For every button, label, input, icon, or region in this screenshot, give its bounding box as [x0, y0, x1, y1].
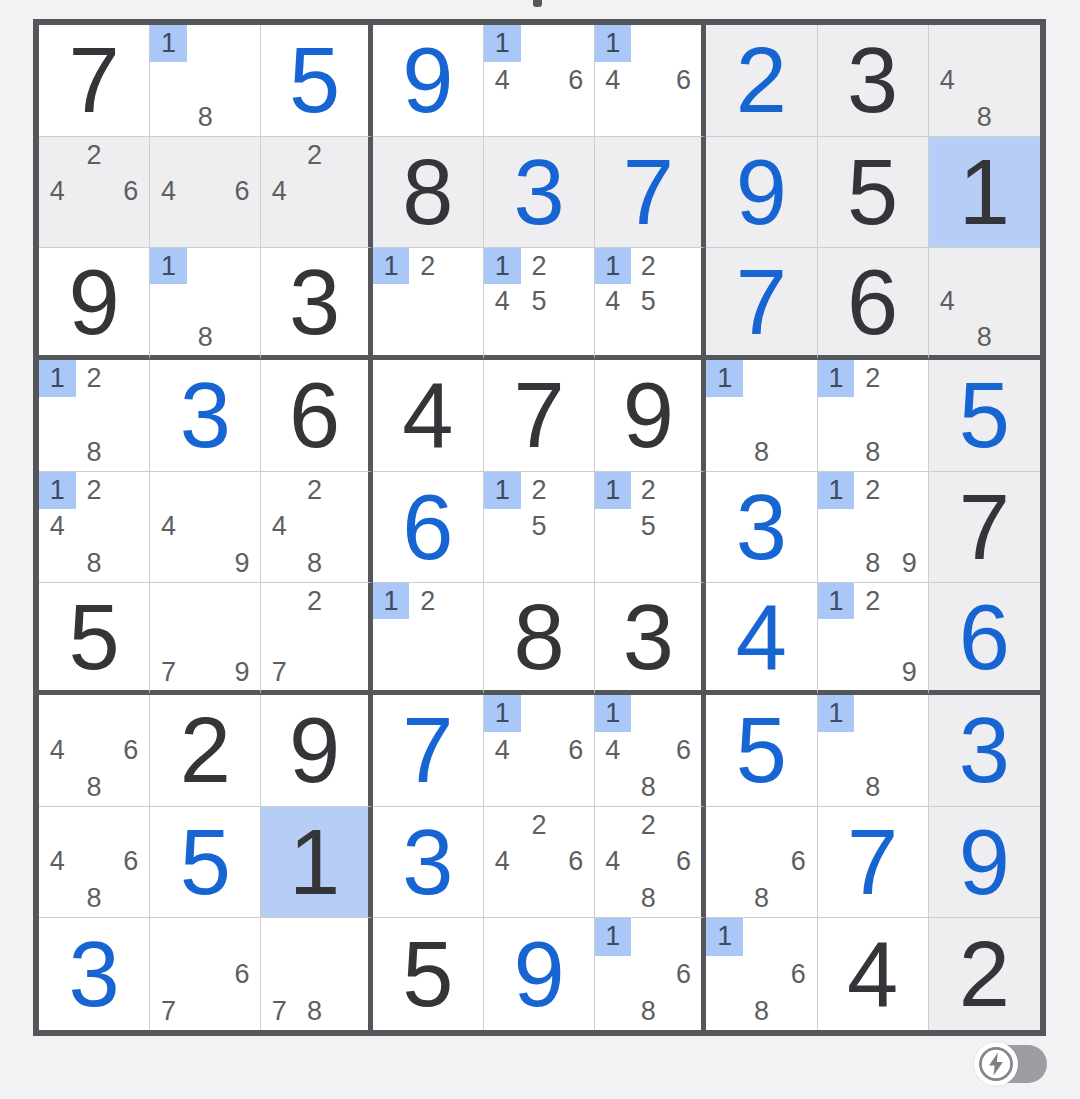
- candidate-4: 4: [484, 844, 521, 881]
- cell-r3c4[interactable]: 12: [373, 248, 484, 360]
- candidate-empty: [595, 807, 630, 844]
- candidate-empty: [854, 509, 891, 546]
- cell-r8c2[interactable]: 5: [150, 807, 261, 919]
- candidate-4: 4: [150, 509, 187, 546]
- lightning-toggle[interactable]: [976, 1045, 1047, 1083]
- candidate-empty: [631, 545, 666, 582]
- candidate-empty: [595, 319, 630, 355]
- candidate-empty: [409, 654, 446, 690]
- candidate-empty: [112, 472, 149, 509]
- cell-r6c7[interactable]: 4: [706, 583, 817, 695]
- cell-r7c4[interactable]: 7: [373, 695, 484, 807]
- candidate-empty: [112, 807, 149, 844]
- candidate-1: 1: [595, 918, 630, 955]
- cell-r1c5[interactable]: 146: [484, 25, 595, 137]
- cell-r4c8[interactable]: 128: [818, 360, 929, 472]
- candidate-empty: [891, 472, 928, 509]
- cell-r6c2[interactable]: 79: [150, 583, 261, 695]
- candidate-empty: [332, 174, 367, 211]
- cell-r4c9[interactable]: 5: [929, 360, 1040, 472]
- candidate-empty: [297, 654, 332, 690]
- candidate-empty: [557, 880, 594, 917]
- candidate-4: 4: [929, 284, 966, 320]
- cell-r7c1[interactable]: 468: [39, 695, 150, 807]
- candidate-empty: [780, 993, 817, 1030]
- cell-r5c2[interactable]: 49: [150, 472, 261, 584]
- candidate-empty: [966, 284, 1003, 320]
- user-digit: 3: [150, 360, 260, 471]
- candidate-empty: [39, 769, 76, 806]
- candidate-empty: [666, 472, 701, 509]
- candidate-2: 2: [631, 472, 666, 509]
- candidate-empty: [224, 137, 261, 174]
- cell-r2c7[interactable]: 9: [706, 137, 817, 249]
- cell-r1c6[interactable]: 146: [595, 25, 706, 137]
- sudoku-board: 7185914614623482464624837951918312124512…: [33, 19, 1046, 1036]
- candidate-empty: [150, 284, 187, 320]
- candidate-empty: [966, 25, 1003, 62]
- candidate-8: 8: [76, 545, 113, 582]
- cell-r9c7[interactable]: 168: [706, 918, 817, 1030]
- candidate-empty: [39, 210, 76, 247]
- candidate-empty: [557, 472, 594, 509]
- cell-r3c5[interactable]: 1245: [484, 248, 595, 360]
- candidate-empty: [521, 545, 558, 582]
- candidate-empty: [818, 619, 855, 655]
- candidate-empty: [446, 319, 483, 355]
- pencil-marks: 1245: [595, 248, 701, 355]
- candidate-empty: [76, 397, 113, 434]
- candidate-empty: [706, 880, 743, 917]
- candidate-empty: [521, 769, 558, 806]
- candidate-1: 1: [818, 695, 855, 732]
- candidate-8: 8: [631, 880, 666, 917]
- cell-r8c9[interactable]: 9: [929, 807, 1040, 919]
- pencil-marks: 128: [818, 360, 928, 471]
- candidate-empty: [484, 880, 521, 917]
- cell-r3c7[interactable]: 7: [706, 248, 817, 360]
- pencil-marks: 18: [150, 25, 260, 136]
- candidate-empty: [666, 248, 701, 284]
- candidate-empty: [631, 844, 666, 881]
- candidate-1: 1: [706, 360, 743, 397]
- candidate-empty: [743, 918, 780, 955]
- candidate-empty: [76, 210, 113, 247]
- candidate-empty: [666, 25, 701, 62]
- cell-r4c2[interactable]: 3: [150, 360, 261, 472]
- candidate-1: 1: [39, 360, 76, 397]
- candidate-2: 2: [76, 472, 113, 509]
- cell-r1c7[interactable]: 2: [706, 25, 817, 137]
- candidate-empty: [666, 284, 701, 320]
- candidate-empty: [261, 619, 296, 655]
- candidate-empty: [929, 319, 966, 355]
- pencil-marks: 468: [39, 695, 149, 806]
- cell-r7c9[interactable]: 3: [929, 695, 1040, 807]
- candidate-1: 1: [595, 472, 630, 509]
- candidate-1: 1: [373, 583, 410, 619]
- candidate-empty: [521, 25, 558, 62]
- candidate-empty: [224, 99, 261, 136]
- candidate-empty: [854, 695, 891, 732]
- cell-r5c9[interactable]: 7: [929, 472, 1040, 584]
- user-digit: 3: [929, 695, 1040, 806]
- cell-r4c6[interactable]: 9: [595, 360, 706, 472]
- candidate-empty: [76, 732, 113, 769]
- cell-r6c5[interactable]: 8: [484, 583, 595, 695]
- cell-r2c1[interactable]: 246: [39, 137, 150, 249]
- cell-r9c6[interactable]: 168: [595, 918, 706, 1030]
- given-digit: 5: [39, 583, 149, 690]
- cell-r7c5[interactable]: 146: [484, 695, 595, 807]
- candidate-empty: [557, 545, 594, 582]
- candidate-6: 6: [112, 844, 149, 881]
- candidate-empty: [261, 583, 296, 619]
- pencil-marks: 18: [706, 360, 816, 471]
- candidate-empty: [484, 769, 521, 806]
- pencil-marks: 125: [484, 472, 594, 583]
- given-digit: 3: [261, 248, 367, 355]
- cell-r1c4[interactable]: 9: [373, 25, 484, 137]
- candidate-empty: [409, 619, 446, 655]
- candidate-empty: [891, 619, 928, 655]
- candidate-empty: [666, 99, 701, 136]
- candidate-empty: [39, 807, 76, 844]
- candidate-8: 8: [631, 993, 666, 1030]
- candidate-empty: [187, 472, 224, 509]
- cell-r6c9[interactable]: 6: [929, 583, 1040, 695]
- user-digit: 5: [706, 695, 816, 806]
- candidate-empty: [76, 509, 113, 546]
- candidate-8: 8: [854, 545, 891, 582]
- candidate-8: 8: [76, 880, 113, 917]
- candidate-6: 6: [224, 174, 261, 211]
- cell-r4c5[interactable]: 7: [484, 360, 595, 472]
- candidate-empty: [521, 695, 558, 732]
- cell-r6c8[interactable]: 129: [818, 583, 929, 695]
- cell-r4c3[interactable]: 6: [261, 360, 372, 472]
- cell-r6c1[interactable]: 5: [39, 583, 150, 695]
- candidate-empty: [261, 918, 296, 955]
- cell-r1c9[interactable]: 48: [929, 25, 1040, 137]
- candidate-empty: [409, 319, 446, 355]
- cell-r3c2[interactable]: 18: [150, 248, 261, 360]
- cell-r5c6[interactable]: 125: [595, 472, 706, 584]
- cell-r2c6[interactable]: 7: [595, 137, 706, 249]
- candidate-empty: [595, 880, 630, 917]
- cell-r9c9[interactable]: 2: [929, 918, 1040, 1030]
- cell-r5c5[interactable]: 125: [484, 472, 595, 584]
- candidate-empty: [112, 434, 149, 471]
- candidate-2: 2: [854, 472, 891, 509]
- user-digit: 9: [929, 807, 1040, 918]
- candidate-empty: [187, 956, 224, 993]
- candidate-4: 4: [595, 844, 630, 881]
- cell-r1c8[interactable]: 3: [818, 25, 929, 137]
- candidate-9: 9: [891, 545, 928, 582]
- candidate-empty: [187, 210, 224, 247]
- candidate-empty: [187, 583, 224, 619]
- cell-r1c1[interactable]: 7: [39, 25, 150, 137]
- given-digit: 1: [261, 807, 367, 918]
- candidate-empty: [706, 993, 743, 1030]
- candidate-1: 1: [484, 695, 521, 732]
- cell-r2c8[interactable]: 5: [818, 137, 929, 249]
- cell-r8c6[interactable]: 2468: [595, 807, 706, 919]
- candidate-empty: [332, 583, 367, 619]
- candidate-7: 7: [261, 654, 296, 690]
- candidate-empty: [891, 434, 928, 471]
- candidate-empty: [224, 25, 261, 62]
- candidate-empty: [818, 509, 855, 546]
- candidate-empty: [224, 509, 261, 546]
- candidate-empty: [595, 993, 630, 1030]
- cell-r8c4[interactable]: 3: [373, 807, 484, 919]
- candidate-6: 6: [666, 956, 701, 993]
- cell-r5c4[interactable]: 6: [373, 472, 484, 584]
- candidate-empty: [261, 956, 296, 993]
- candidate-empty: [521, 732, 558, 769]
- candidate-empty: [595, 545, 630, 582]
- candidate-empty: [1003, 319, 1040, 355]
- cell-r9c2[interactable]: 67: [150, 918, 261, 1030]
- cell-r4c7[interactable]: 18: [706, 360, 817, 472]
- pencil-marks: 2468: [595, 807, 701, 918]
- cell-r8c7[interactable]: 68: [706, 807, 817, 919]
- candidate-empty: [557, 695, 594, 732]
- cell-r1c3[interactable]: 5: [261, 25, 372, 137]
- candidate-empty: [446, 654, 483, 690]
- candidate-empty: [224, 248, 261, 284]
- cell-r2c4[interactable]: 8: [373, 137, 484, 249]
- cell-r5c3[interactable]: 248: [261, 472, 372, 584]
- candidate-empty: [332, 472, 367, 509]
- candidate-empty: [780, 918, 817, 955]
- pencil-marks: 246: [39, 137, 149, 248]
- candidate-empty: [891, 509, 928, 546]
- candidate-empty: [557, 25, 594, 62]
- cell-r6c3[interactable]: 27: [261, 583, 372, 695]
- candidate-6: 6: [666, 62, 701, 99]
- candidate-empty: [743, 397, 780, 434]
- cell-r5c8[interactable]: 1289: [818, 472, 929, 584]
- given-digit: 5: [818, 137, 928, 248]
- candidate-empty: [373, 319, 410, 355]
- pencil-marks: 246: [484, 807, 594, 918]
- given-digit: 7: [39, 25, 149, 136]
- candidate-6: 6: [557, 844, 594, 881]
- pencil-marks: 79: [150, 583, 260, 690]
- candidate-6: 6: [112, 732, 149, 769]
- candidate-empty: [891, 360, 928, 397]
- candidate-empty: [297, 918, 332, 955]
- candidate-4: 4: [484, 284, 521, 320]
- cell-r8c1[interactable]: 468: [39, 807, 150, 919]
- given-digit: 2: [929, 918, 1040, 1030]
- candidate-empty: [521, 844, 558, 881]
- user-digit: 9: [373, 25, 483, 136]
- user-digit: 5: [929, 360, 1040, 471]
- candidate-empty: [332, 654, 367, 690]
- candidate-8: 8: [743, 880, 780, 917]
- candidate-2: 2: [521, 472, 558, 509]
- candidate-empty: [187, 918, 224, 955]
- candidate-empty: [39, 137, 76, 174]
- candidate-8: 8: [966, 99, 1003, 136]
- candidate-empty: [818, 397, 855, 434]
- cell-r3c3[interactable]: 3: [261, 248, 372, 360]
- candidate-4: 4: [595, 284, 630, 320]
- cell-r3c1[interactable]: 9: [39, 248, 150, 360]
- candidate-8: 8: [76, 434, 113, 471]
- candidate-empty: [112, 880, 149, 917]
- candidate-1: 1: [373, 248, 410, 284]
- candidate-7: 7: [150, 993, 187, 1030]
- candidate-1: 1: [818, 360, 855, 397]
- cell-r7c7[interactable]: 5: [706, 695, 817, 807]
- cell-r9c3[interactable]: 78: [261, 918, 372, 1030]
- user-digit: 3: [484, 137, 594, 248]
- pencil-marks: 48: [929, 248, 1040, 355]
- candidate-empty: [595, 509, 630, 546]
- user-digit: 7: [595, 137, 701, 248]
- candidate-8: 8: [854, 769, 891, 806]
- candidate-1: 1: [595, 248, 630, 284]
- candidate-empty: [595, 956, 630, 993]
- candidate-empty: [557, 284, 594, 320]
- pencil-marks: 24: [261, 137, 367, 248]
- candidate-empty: [112, 769, 149, 806]
- given-digit: 8: [484, 583, 594, 690]
- pencil-marks: 12: [373, 248, 483, 355]
- candidate-4: 4: [39, 174, 76, 211]
- candidate-empty: [743, 807, 780, 844]
- candidate-empty: [76, 807, 113, 844]
- candidate-empty: [891, 732, 928, 769]
- cell-r6c6[interactable]: 3: [595, 583, 706, 695]
- cell-r2c5[interactable]: 3: [484, 137, 595, 249]
- candidate-empty: [818, 545, 855, 582]
- candidate-empty: [297, 210, 332, 247]
- cell-r8c8[interactable]: 7: [818, 807, 929, 919]
- candidate-empty: [224, 284, 261, 320]
- candidate-1: 1: [484, 472, 521, 509]
- cell-r4c1[interactable]: 128: [39, 360, 150, 472]
- cell-r9c4[interactable]: 5: [373, 918, 484, 1030]
- candidate-empty: [76, 174, 113, 211]
- candidate-1: 1: [39, 472, 76, 509]
- candidate-empty: [187, 619, 224, 655]
- cell-r2c9[interactable]: 1: [929, 137, 1040, 249]
- candidate-empty: [446, 583, 483, 619]
- cell-r5c7[interactable]: 3: [706, 472, 817, 584]
- cell-r8c5[interactable]: 246: [484, 807, 595, 919]
- given-digit: 3: [595, 583, 701, 690]
- pencil-marks: 1468: [595, 695, 701, 806]
- cell-r3c8[interactable]: 6: [818, 248, 929, 360]
- candidate-empty: [112, 509, 149, 546]
- cell-r7c2[interactable]: 2: [150, 695, 261, 807]
- cell-r9c1[interactable]: 3: [39, 918, 150, 1030]
- candidate-9: 9: [224, 654, 261, 690]
- user-digit: 7: [818, 807, 928, 918]
- candidate-4: 4: [595, 732, 630, 769]
- cell-r7c6[interactable]: 1468: [595, 695, 706, 807]
- candidate-1: 1: [818, 472, 855, 509]
- candidate-empty: [521, 62, 558, 99]
- cell-r2c2[interactable]: 46: [150, 137, 261, 249]
- candidate-empty: [557, 248, 594, 284]
- cell-r5c1[interactable]: 1248: [39, 472, 150, 584]
- candidate-6: 6: [557, 62, 594, 99]
- pencil-marks: 18: [818, 695, 928, 806]
- given-digit: 7: [929, 472, 1040, 583]
- candidate-empty: [818, 654, 855, 690]
- candidate-empty: [743, 956, 780, 993]
- candidate-empty: [666, 545, 701, 582]
- candidate-empty: [818, 769, 855, 806]
- candidate-empty: [891, 695, 928, 732]
- candidate-empty: [150, 472, 187, 509]
- candidate-empty: [631, 732, 666, 769]
- candidate-empty: [76, 695, 113, 732]
- user-digit: 7: [706, 248, 816, 355]
- candidate-empty: [224, 472, 261, 509]
- cell-r7c8[interactable]: 18: [818, 695, 929, 807]
- cell-r9c5[interactable]: 9: [484, 918, 595, 1030]
- candidate-empty: [150, 583, 187, 619]
- candidate-4: 4: [595, 62, 630, 99]
- cell-r4c4[interactable]: 4: [373, 360, 484, 472]
- pencil-marks: 67: [150, 918, 260, 1030]
- candidate-2: 2: [631, 807, 666, 844]
- pencil-marks: 248: [261, 472, 367, 583]
- candidate-empty: [595, 99, 630, 136]
- candidate-empty: [112, 545, 149, 582]
- cell-r1c2[interactable]: 18: [150, 25, 261, 137]
- user-digit: 9: [706, 137, 816, 248]
- candidate-empty: [39, 695, 76, 732]
- candidate-empty: [780, 807, 817, 844]
- candidate-empty: [557, 509, 594, 546]
- candidate-8: 8: [854, 434, 891, 471]
- cell-r3c9[interactable]: 48: [929, 248, 1040, 360]
- candidate-empty: [150, 918, 187, 955]
- candidate-empty: [666, 880, 701, 917]
- pencil-marks: 146: [484, 25, 594, 136]
- candidate-empty: [112, 397, 149, 434]
- candidate-empty: [373, 654, 410, 690]
- cell-r6c4[interactable]: 12: [373, 583, 484, 695]
- cell-r9c8[interactable]: 4: [818, 918, 929, 1030]
- given-digit: 8: [373, 137, 483, 248]
- cell-r3c6[interactable]: 1245: [595, 248, 706, 360]
- candidate-empty: [224, 993, 261, 1030]
- cell-r7c3[interactable]: 9: [261, 695, 372, 807]
- candidate-4: 4: [484, 62, 521, 99]
- cell-r2c3[interactable]: 24: [261, 137, 372, 249]
- candidate-empty: [187, 62, 224, 99]
- candidate-empty: [666, 807, 701, 844]
- given-digit: 4: [373, 360, 483, 471]
- candidate-empty: [780, 397, 817, 434]
- candidate-4: 4: [484, 732, 521, 769]
- candidate-7: 7: [150, 654, 187, 690]
- candidate-8: 8: [743, 993, 780, 1030]
- pencil-marks: 168: [595, 918, 701, 1030]
- candidate-2: 2: [76, 360, 113, 397]
- cell-r8c3[interactable]: 1: [261, 807, 372, 919]
